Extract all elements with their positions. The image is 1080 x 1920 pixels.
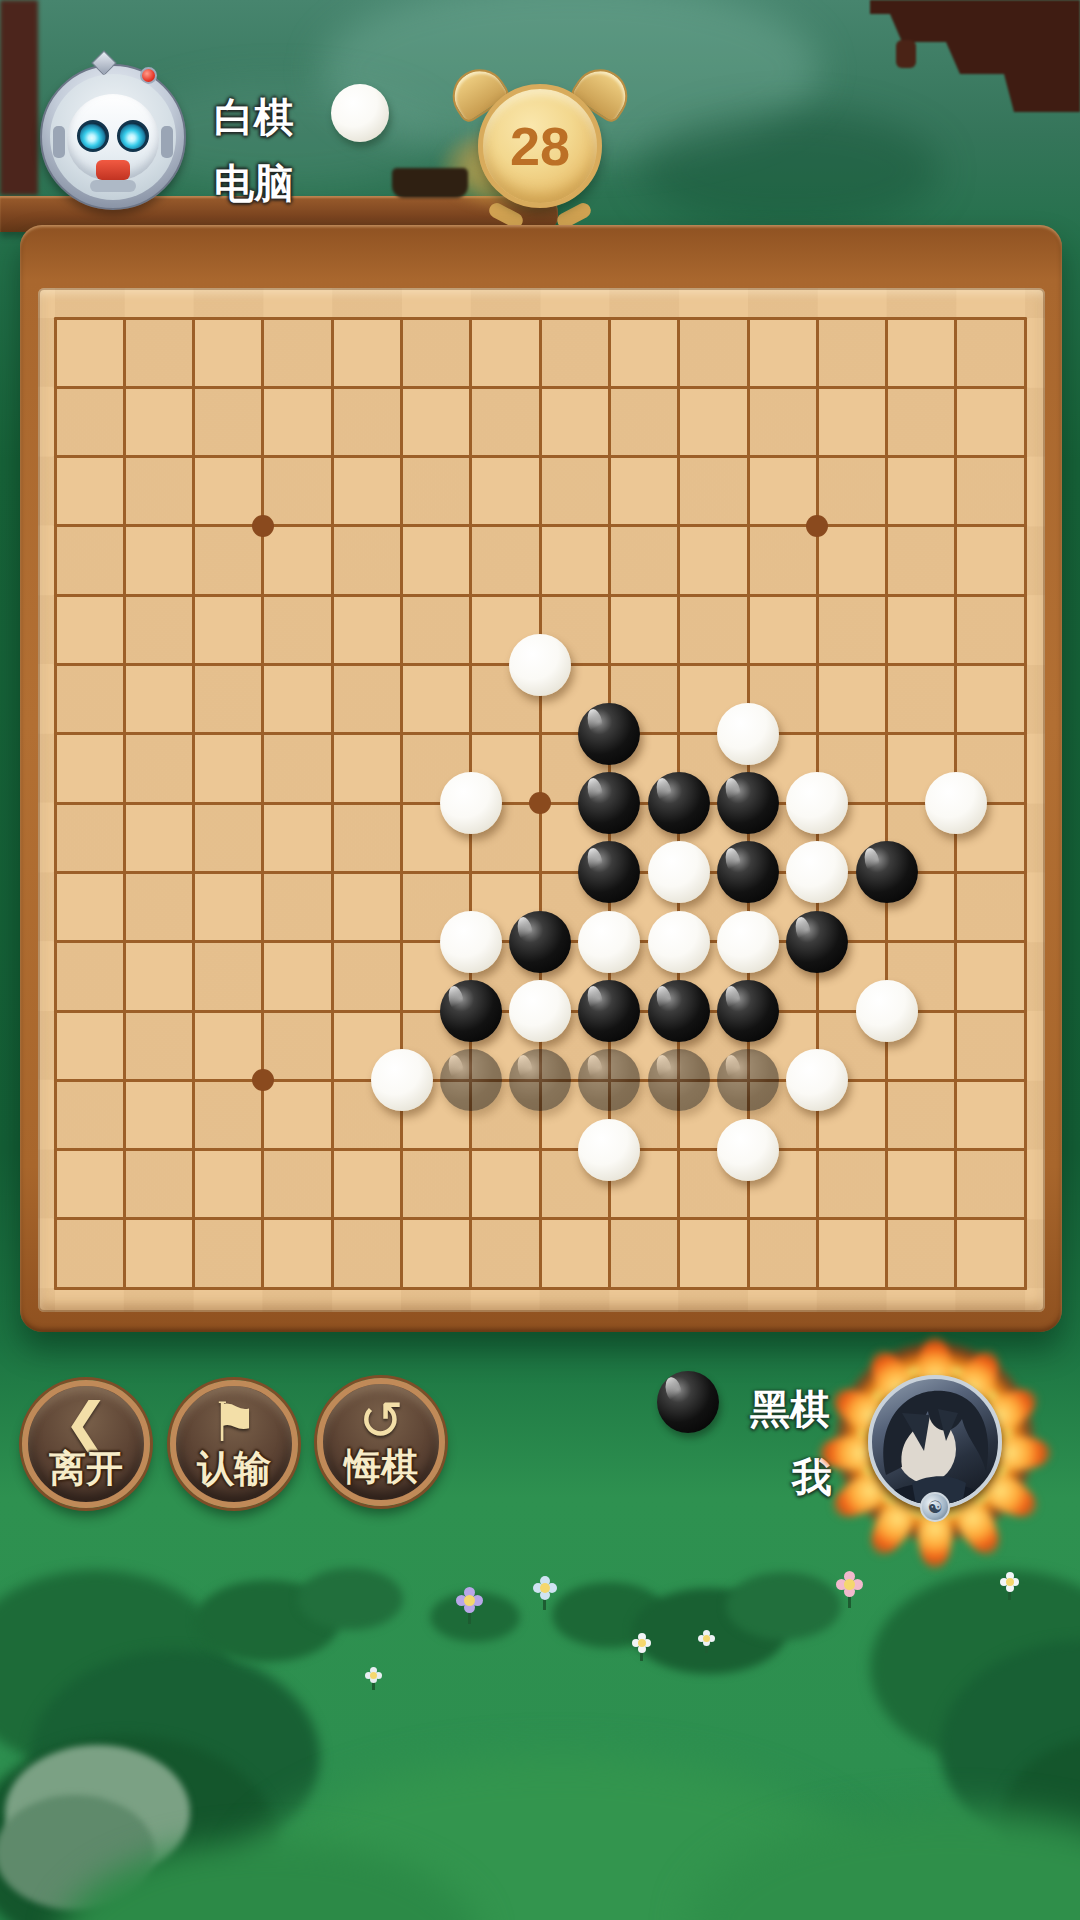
white-stone-icon [331,84,389,142]
flower-center [703,1635,710,1642]
opponent-avatar [40,64,186,210]
resign-button[interactable]: ⚑ 认输 [170,1380,298,1508]
opponent-name: 电脑 [174,156,334,211]
stone-ghost [440,1049,502,1111]
flower-center [540,1583,550,1593]
stone-black [509,911,571,973]
star-point [252,1069,274,1091]
stone-black [578,841,640,903]
stone-white [786,1049,848,1111]
stone-white [717,911,779,973]
robot-eye [77,120,109,152]
robot-avatar-icon [50,74,176,200]
stone-black [786,911,848,973]
stone-white [717,1119,779,1181]
pillar-decor [0,0,38,195]
stone-black [578,703,640,765]
stone-white [925,772,987,834]
stone-black [578,980,640,1042]
stone-ghost [578,1049,640,1111]
stone-black [578,772,640,834]
stone-black [648,980,710,1042]
leave-button[interactable]: ❮ 离开 [22,1380,150,1508]
undo-button-label: 悔棋 [323,1442,439,1492]
flower-center [370,1672,377,1679]
stone-black [440,980,502,1042]
stone-white [509,980,571,1042]
flower-center [1006,1578,1014,1586]
undo-icon: ↺ [323,1390,439,1450]
stone-white [648,841,710,903]
robot-ear [161,126,173,158]
stone-white [440,911,502,973]
stone-white [371,1049,433,1111]
stone-black [648,772,710,834]
stone-white [440,772,502,834]
star-point [529,792,551,814]
stone-white [648,911,710,973]
stone-ghost [509,1049,571,1111]
background-tree-shadow [640,110,940,230]
anime-character-portrait [872,1379,998,1505]
robot-eye [117,120,149,152]
move-timer: 28 [416,58,664,242]
flower-center [464,1595,475,1606]
grid-line-horizontal [54,1287,1027,1290]
stone-black [717,841,779,903]
robot-ear [53,126,65,158]
stone-ghost [717,1049,779,1111]
stone-ghost [648,1049,710,1111]
stone-white [578,1119,640,1181]
stone-white [786,841,848,903]
my-avatar [868,1375,1002,1509]
stone-white [786,772,848,834]
timer-value: 28 [483,89,597,203]
grid-line-horizontal [54,1148,1027,1151]
gomoku-game-screen: 白棋 电脑 28 ❮ 离开 ⚑ 认输 ↺ 悔棋 黑棋 我 [0,0,1080,1920]
robot-chin [90,180,136,192]
stone-white [856,980,918,1042]
flower-center [638,1639,646,1647]
black-stone-icon [657,1371,719,1433]
stone-black [856,841,918,903]
flame-blob [995,1436,1051,1470]
robot-mouth [96,160,130,180]
stone-black [717,772,779,834]
avatar-badge-icon: ☯ [920,1492,950,1522]
bush-blob [726,1572,841,1640]
gomoku-board[interactable] [38,288,1045,1312]
roof-eave-decor [868,0,1080,112]
star-point [252,515,274,537]
grid-line-horizontal [54,1217,1027,1220]
leave-button-label: 离开 [28,1444,144,1494]
back-chevron-icon: ❮ [28,1392,144,1452]
stone-black [717,980,779,1042]
undo-button[interactable]: ↺ 悔棋 [317,1378,445,1506]
white-side-label: 白棋 [174,90,334,145]
stone-white [717,703,779,765]
resign-button-label: 认输 [176,1444,292,1494]
grid-line-vertical [1024,317,1027,1290]
star-point [806,515,828,537]
garden-decor [0,1540,1080,1920]
resign-flag-icon: ⚑ [176,1392,292,1452]
flower-center [844,1579,855,1590]
stone-white [509,634,571,696]
stone-white [578,911,640,973]
bush-blob [298,1568,403,1630]
grid-line-vertical [885,317,888,1290]
clock-body: 28 [478,84,602,208]
